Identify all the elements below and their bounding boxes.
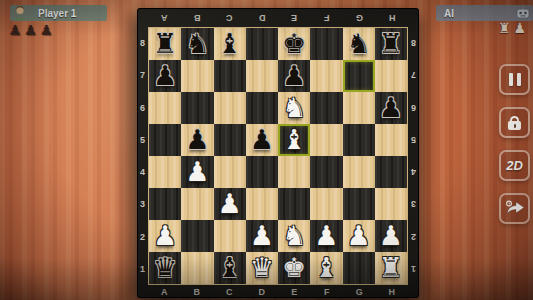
piece-white-rook: ♜ [379, 254, 403, 281]
rank-label-4: 4 [140, 167, 145, 177]
piece-white-bishop: ♝ [282, 126, 306, 153]
square-d6[interactable] [246, 92, 278, 124]
rank-label-6: 6 [140, 103, 145, 113]
file-labels-bottom: ABCDEFGH [148, 285, 408, 299]
square-g8[interactable]: ♞ [343, 28, 375, 60]
piece-white-knight: ♞ [282, 94, 306, 121]
piece-black-pawn: ♟ [153, 62, 177, 89]
file-label-c: C [226, 287, 233, 297]
piece-white-pawn: ♟ [218, 190, 242, 217]
square-c2[interactable] [214, 220, 246, 252]
2d-view-label: 2D [506, 158, 523, 173]
captured-black-pawn-icon: ♟ [9, 23, 22, 37]
rank-label-4: 4 [411, 167, 416, 177]
square-f6[interactable] [310, 92, 342, 124]
piece-black-knight: ♞ [185, 30, 209, 57]
player-white-bar: Player 1 [10, 5, 107, 21]
square-f5[interactable] [310, 124, 342, 156]
captured-white-pawn-icon: ♟ [513, 21, 526, 35]
file-label-d: D [259, 13, 266, 23]
square-f2[interactable]: ♟ [310, 220, 342, 252]
rank-label-6: 6 [411, 103, 416, 113]
rank-label-8: 8 [411, 38, 416, 48]
rank-label-5: 5 [411, 135, 416, 145]
piece-black-pawn: ♟ [185, 126, 209, 153]
player-white-name: Player 1 [38, 8, 76, 19]
player-avatar-icon [12, 5, 28, 21]
square-g3[interactable] [343, 188, 375, 220]
square-b4[interactable]: ♟ [181, 156, 213, 188]
square-e4[interactable] [278, 156, 310, 188]
square-b3[interactable] [181, 188, 213, 220]
square-h5[interactable] [375, 124, 407, 156]
file-label-a: A [161, 287, 168, 297]
piece-white-pawn: ♟ [314, 222, 338, 249]
piece-black-knight: ♞ [347, 30, 371, 57]
square-a4[interactable] [149, 156, 181, 188]
robot-icon [516, 6, 530, 20]
square-h4[interactable] [375, 156, 407, 188]
square-a7[interactable]: ♟ [149, 60, 181, 92]
square-a2[interactable]: ♟ [149, 220, 181, 252]
rank-label-3: 3 [140, 199, 145, 209]
square-d1[interactable]: ♛ [246, 252, 278, 284]
square-h8[interactable]: ♜ [375, 28, 407, 60]
rank-label-1: 1 [140, 264, 145, 274]
square-c6[interactable] [214, 92, 246, 124]
square-c3[interactable]: ♟ [214, 188, 246, 220]
captured-black-pawn-icon: ♟ [40, 23, 53, 37]
player-black-bar: AI [436, 5, 533, 21]
square-h2[interactable]: ♟ [375, 220, 407, 252]
captured-white-rook-icon: ♜ [498, 21, 511, 35]
square-b6[interactable] [181, 92, 213, 124]
square-c5[interactable] [214, 124, 246, 156]
square-d4[interactable] [246, 156, 278, 188]
file-label-f: F [324, 13, 330, 23]
rank-labels-right: 87654321 [408, 27, 419, 285]
piece-black-pawn: ♟ [379, 94, 403, 121]
square-e8[interactable]: ♚ [278, 28, 310, 60]
square-h3[interactable] [375, 188, 407, 220]
square-e2[interactable]: ♞ [278, 220, 310, 252]
piece-black-pawn: ♟ [282, 62, 306, 89]
rank-label-2: 2 [411, 232, 416, 242]
piece-black-rook: ♜ [153, 30, 177, 57]
piece-black-rook: ♜ [379, 30, 403, 57]
square-d5[interactable]: ♟ [246, 124, 278, 156]
square-d7[interactable] [246, 60, 278, 92]
piece-black-pawn: ♟ [250, 126, 274, 153]
square-d3[interactable] [246, 188, 278, 220]
square-a3[interactable] [149, 188, 181, 220]
piece-white-king: ♚ [282, 254, 306, 281]
file-label-b: B [194, 287, 201, 297]
2d-view-button[interactable]: 2D [499, 150, 530, 181]
square-c8[interactable]: ♝ [214, 28, 246, 60]
square-g4[interactable] [343, 156, 375, 188]
square-a1[interactable]: ♛ [149, 252, 181, 284]
rank-label-8: 8 [140, 38, 145, 48]
file-label-d: D [259, 287, 266, 297]
pause-icon [509, 73, 521, 86]
piece-white-bishop: ♝ [314, 254, 338, 281]
square-e3[interactable] [278, 188, 310, 220]
side-toolbar: 2D [499, 64, 530, 236]
square-b5[interactable]: ♟ [181, 124, 213, 156]
piece-black-bishop: ♝ [218, 254, 242, 281]
rank-labels-left: 87654321 [137, 27, 148, 285]
captured-by-black-tray: ♜♟ [498, 21, 526, 35]
piece-black-king: ♚ [282, 30, 306, 57]
rank-label-2: 2 [140, 232, 145, 242]
lock-icon [508, 116, 521, 130]
rank-label-1: 1 [411, 264, 416, 274]
square-d8[interactable] [246, 28, 278, 60]
redo-button[interactable] [499, 193, 530, 224]
square-h1[interactable]: ♜ [375, 252, 407, 284]
redo-arrow-icon [505, 200, 525, 217]
square-f8[interactable] [310, 28, 342, 60]
square-a6[interactable] [149, 92, 181, 124]
rank-label-5: 5 [140, 135, 145, 145]
square-f7[interactable] [310, 60, 342, 92]
file-label-a: A [161, 13, 168, 23]
square-b1[interactable] [181, 252, 213, 284]
piece-black-bishop: ♝ [218, 30, 242, 57]
square-g6[interactable] [343, 92, 375, 124]
captured-by-white-tray: ♟♟♟ [9, 23, 53, 37]
piece-white-pawn: ♟ [347, 222, 371, 249]
square-f1[interactable]: ♝ [310, 252, 342, 284]
square-h7[interactable] [375, 60, 407, 92]
player-black-name: AI [444, 8, 454, 19]
file-label-f: F [324, 287, 330, 297]
square-a5[interactable] [149, 124, 181, 156]
file-label-b: B [194, 13, 201, 23]
file-label-c: C [226, 13, 233, 23]
square-e7[interactable]: ♟ [278, 60, 310, 92]
file-labels-top: ABCDEFGH [148, 9, 408, 27]
square-e5[interactable]: ♝ [278, 124, 310, 156]
file-label-g: G [356, 13, 363, 23]
rank-label-7: 7 [411, 70, 416, 80]
square-c4[interactable] [214, 156, 246, 188]
square-g1[interactable] [343, 252, 375, 284]
file-label-h: H [389, 13, 396, 23]
square-a8[interactable]: ♜ [149, 28, 181, 60]
square-b8[interactable]: ♞ [181, 28, 213, 60]
rank-label-7: 7 [140, 70, 145, 80]
file-label-h: H [389, 287, 396, 297]
piece-white-pawn: ♟ [379, 222, 403, 249]
square-e1[interactable]: ♚ [278, 252, 310, 284]
square-g5[interactable] [343, 124, 375, 156]
square-g2[interactable]: ♟ [343, 220, 375, 252]
piece-white-pawn: ♟ [250, 222, 274, 249]
file-label-g: G [356, 287, 363, 297]
square-f3[interactable] [310, 188, 342, 220]
square-e6[interactable]: ♞ [278, 92, 310, 124]
board-squares: ♜♞♝♚♞♜♟♟♞♟♟♟♝♟♟♟♟♞♟♟♟♛♝♛♚♝♜ [148, 27, 408, 285]
piece-white-queen: ♛ [250, 254, 274, 281]
file-label-e: E [291, 13, 297, 23]
piece-white-knight: ♞ [282, 222, 306, 249]
piece-white-pawn: ♟ [153, 222, 177, 249]
square-h6[interactable]: ♟ [375, 92, 407, 124]
piece-black-queen: ♛ [153, 254, 177, 281]
square-b2[interactable] [181, 220, 213, 252]
chess-board: ABCDEFGH 87654321 87654321 ♜♞♝♚♞♜♟♟♞♟♟♟♝… [137, 8, 419, 298]
square-c1[interactable]: ♝ [214, 252, 246, 284]
rank-label-3: 3 [411, 199, 416, 209]
pause-button[interactable] [499, 64, 530, 95]
square-f4[interactable] [310, 156, 342, 188]
square-c7[interactable] [214, 60, 246, 92]
app-screen: Player 1 ♟♟♟ AI ♜♟ ABCDEFGH 87654321 876… [0, 0, 533, 300]
piece-white-pawn: ♟ [185, 158, 209, 185]
file-label-e: E [291, 287, 297, 297]
square-d2[interactable]: ♟ [246, 220, 278, 252]
square-g7[interactable] [343, 60, 375, 92]
captured-black-pawn-icon: ♟ [25, 23, 38, 37]
lock-button[interactable] [499, 107, 530, 138]
square-b7[interactable] [181, 60, 213, 92]
